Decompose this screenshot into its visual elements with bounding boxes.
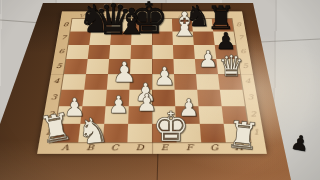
square-b5[interactable] [86,59,109,74]
square-b3[interactable] [82,90,106,107]
rank-label-right-7: 7 [235,35,246,40]
rank-label-4: 4 [50,78,62,84]
square-h3[interactable] [220,90,245,107]
square-f4[interactable] [174,74,197,90]
rank-label-right-3: 3 [244,94,257,101]
rank-label-8: 8 [60,22,71,27]
piece-white-rook-h1[interactable]: ♜ [224,116,261,156]
piece-white-queen-h5[interactable]: ♛ [218,52,244,81]
piece-white-pawn-g5[interactable]: ♟ [198,48,219,71]
photo-scene: AABBCCDDEEFFGGHH1122334455667788 ♞♛♝♚♝♞♜… [0,0,320,180]
square-g1[interactable] [200,124,226,143]
square-d1[interactable] [127,124,152,143]
piece-white-pawn-c4[interactable]: ♟ [112,59,137,87]
piece-white-pawn-c2[interactable]: ♟ [108,93,130,117]
piece-white-bishop-f8[interactable]: ♝ [169,7,199,41]
square-a6[interactable] [66,45,89,59]
rank-label-7: 7 [58,35,69,40]
square-g4[interactable] [196,74,220,90]
file-label-d: D [127,144,152,152]
square-f5[interactable] [173,59,196,74]
rank-label-5: 5 [53,63,65,69]
square-f6[interactable] [173,45,195,59]
file-label-g: G [201,144,227,152]
square-e6[interactable] [152,45,173,59]
square-a5[interactable] [64,59,88,74]
rank-label-3: 3 [47,94,60,101]
square-b6[interactable] [88,45,111,59]
square-a4[interactable] [62,74,86,90]
square-g2[interactable] [198,106,223,124]
rank-label-6: 6 [55,49,67,55]
square-g3[interactable] [197,90,221,107]
piece-white-king-e1[interactable]: ♚ [153,107,190,148]
piece-white-knight-b1[interactable]: ♞ [75,112,110,150]
piece-black-bishop-c8[interactable]: ♝ [115,4,147,40]
piece-white-rook-a1[interactable]: ♜ [36,108,75,150]
square-b4[interactable] [84,74,108,90]
piece-black-pawn-on-floor: ♟ [289,131,310,154]
